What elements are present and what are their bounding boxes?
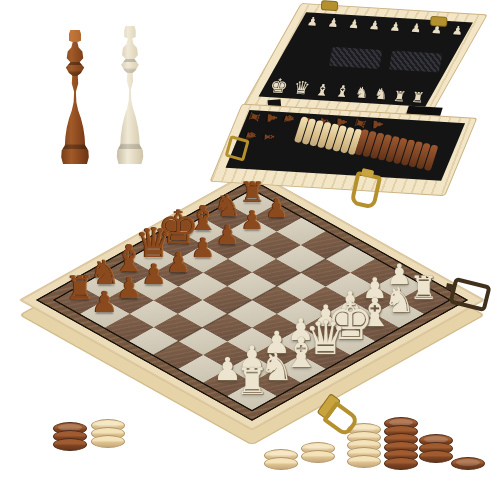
case-base-felt: ♜♟♞♟♝♟♜♟♞♝ [226,110,465,181]
case-front-latch[interactable] [349,171,382,210]
case-piece-white-pawn: ♟ [306,15,319,28]
case-piece-white-knight: ♞ [373,87,389,103]
storage-case: ♟♟♟♟♟♟♟♟ ♚♛♝♝♞♞♜♜ ♜♟♞♟♝♟♜♟♞♝ [206,0,490,212]
checker-stack-light[interactable] [301,442,335,463]
checker-disc-dark [419,434,453,447]
checker-disc-light [301,442,335,455]
chess-board [19,170,486,431]
checker-disc-light [347,455,381,468]
checker-disc-light [264,449,298,462]
checker-roll-dark [354,129,438,171]
checker-stack-dark[interactable] [451,457,485,470]
checker-roll-light [294,116,363,155]
case-base: ♜♟♞♟♝♟♜♟♞♝ [210,104,478,197]
board-walnut-margin [36,179,469,421]
checker-disc-light [264,457,298,470]
case-piece-white-bishop: ♝ [314,82,331,99]
case-piece-white-pawn: ♟ [368,19,381,32]
king-silhouette [108,26,152,164]
checker-stack-light[interactable] [264,449,298,470]
checker-disc-dark [384,457,418,470]
checker-disc-light [91,435,125,448]
checker-disc-dark [53,422,87,435]
case-hinge-icon [431,17,446,26]
checker-stack-dark[interactable] [419,434,453,463]
case-hinge-icon [322,1,337,10]
case-piece-white-king: ♚ [268,75,290,96]
case-lid-straps [329,47,442,73]
case-piece-white-pawn: ♟ [389,20,402,33]
display-king-dark[interactable] [52,30,98,164]
checker-disc-light [347,447,381,460]
board-squares-grid [53,188,452,411]
case-piece-white-pawn: ♟ [348,18,361,31]
case-piece-white-pawn: ♟ [410,22,423,35]
case-piece-white-rook: ♜ [410,90,425,105]
checker-stack-dark[interactable] [384,417,418,470]
checker-stack-dark[interactable] [53,422,87,451]
case-checker-rolls [233,110,458,182]
checker-disc-light [91,427,125,440]
checker-disc-dark [384,441,418,454]
checker-disc-dark [384,425,418,438]
king-silhouette [52,30,98,164]
checker-disc-dark [384,433,418,446]
case-piece-white-knight: ♞ [354,85,370,101]
product-photo-stage: ♟♟♟♟♟♟♟♟ ♚♛♝♝♞♞♜♜ ♜♟♞♟♝♟♜♟♞♝ ♜♟♟♜♞♟♟♞♝♟♟… [0,0,500,500]
checker-disc-dark [451,457,485,470]
checker-disc-light [301,450,335,463]
case-piece-white-queen: ♛ [292,79,311,98]
checker-disc-dark [419,442,453,455]
case-piece-white-pawn: ♟ [451,24,464,37]
piece-retainer-strap [389,51,442,73]
display-king-white[interactable] [108,26,152,164]
case-piece-white-bishop: ♝ [334,83,351,100]
case-piece-white-rook: ♜ [392,89,407,104]
case-piece-white-pawn: ♟ [327,17,340,30]
checker-disc-dark [384,417,418,430]
checker-disc-light [91,419,125,432]
checker-disc-light [347,439,381,452]
checker-disc-dark [53,438,87,451]
checker-disc-dark [419,450,453,463]
case-lid-felt: ♟♟♟♟♟♟♟♟ ♚♛♝♝♞♞♜♜ [259,12,473,106]
case-lid-major-row: ♚♛♝♝♞♞♜♜ [268,75,426,104]
piece-retainer-strap [329,47,382,69]
checker-stack-light[interactable] [91,419,125,448]
checker-disc-dark [53,430,87,443]
checker-disc-light [347,431,381,444]
checker-disc-dark [384,449,418,462]
